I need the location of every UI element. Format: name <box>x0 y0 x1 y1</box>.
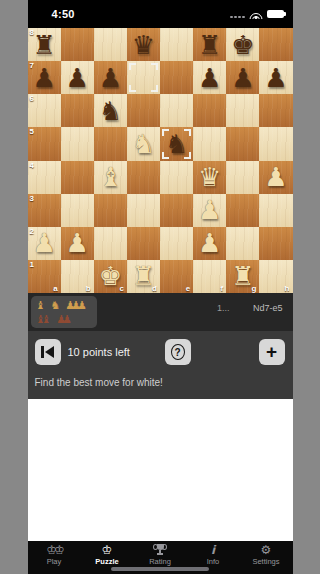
square-h3[interactable] <box>259 194 292 227</box>
wifi-icon <box>249 9 263 19</box>
square-f4[interactable]: ♛ <box>193 161 226 194</box>
square-h2[interactable] <box>259 227 292 260</box>
status-icons <box>230 9 284 19</box>
black-pawn[interactable]: ♟ <box>193 61 226 94</box>
black-pawn[interactable]: ♟ <box>259 61 292 94</box>
last-move-highlight <box>129 63 158 92</box>
app-screen: 4:50 8♜♛♜♚7♟♟♟♟♟♟6♞5♞♞4♝♛♟3♟2♟♟♟1abc♚d♜e… <box>28 0 293 574</box>
rank-label: 7 <box>30 61 34 70</box>
square-b6[interactable] <box>61 94 94 127</box>
square-e2[interactable] <box>160 227 193 260</box>
square-h4[interactable]: ♟ <box>259 161 292 194</box>
square-a6[interactable]: 6 <box>28 94 61 127</box>
square-g4[interactable] <box>226 161 259 194</box>
square-g8[interactable]: ♚ <box>226 28 259 61</box>
black-knight[interactable]: ♞ <box>160 127 193 160</box>
white-queen[interactable]: ♛ <box>193 161 226 194</box>
bishop-captured-icon: ♝ <box>36 300 42 311</box>
tab-bar: ♔♔ Play ♔ Puzzle Rating i Info ⚙ Setting… <box>28 541 293 574</box>
restart-puzzle-button[interactable] <box>35 339 61 365</box>
white-bishop[interactable]: ♝ <box>94 161 127 194</box>
square-d4[interactable] <box>127 161 160 194</box>
file-label: g <box>251 284 256 293</box>
square-c4[interactable]: ♝ <box>94 161 127 194</box>
points-left-label: 10 points left <box>68 346 130 358</box>
square-f7[interactable]: ♟ <box>193 61 226 94</box>
square-b1[interactable]: b <box>61 260 94 293</box>
rank-label: 8 <box>30 28 34 37</box>
square-b8[interactable] <box>61 28 94 61</box>
rank-label: 4 <box>30 161 34 170</box>
square-e8[interactable] <box>160 28 193 61</box>
tab-settings[interactable]: ⚙ Settings <box>240 541 293 574</box>
square-c6[interactable]: ♞ <box>94 94 127 127</box>
black-king[interactable]: ♚ <box>226 28 259 61</box>
captured-pieces-tray: ♝♞♟♟♟♝♝♟♟ <box>31 296 97 328</box>
square-c5[interactable] <box>94 127 127 160</box>
square-a8[interactable]: 8♜ <box>28 28 61 61</box>
pawn-captured-icon: ♟♟ <box>56 314 68 325</box>
file-label: c <box>119 284 123 293</box>
square-b2[interactable]: ♟ <box>61 227 94 260</box>
square-d5[interactable]: ♞ <box>127 127 160 160</box>
captured-black-pieces: ♝♝♟♟ <box>36 312 92 326</box>
square-b4[interactable] <box>61 161 94 194</box>
puzzle-controls: 10 points left ? + Find the best move fo… <box>28 331 293 399</box>
square-e5[interactable]: ♞ <box>160 127 193 160</box>
square-h8[interactable] <box>259 28 292 61</box>
square-d7[interactable] <box>127 61 160 94</box>
square-f6[interactable] <box>193 94 226 127</box>
square-f2[interactable]: ♟ <box>193 227 226 260</box>
status-bar: 4:50 <box>28 0 293 28</box>
rank-label: 1 <box>30 260 34 269</box>
square-f5[interactable] <box>193 127 226 160</box>
square-d1[interactable]: d♜ <box>127 260 160 293</box>
white-pawn[interactable]: ♟ <box>259 161 292 194</box>
file-label: h <box>285 284 290 293</box>
file-label: b <box>86 284 91 293</box>
square-d6[interactable] <box>127 94 160 127</box>
clock: 4:50 <box>52 8 75 20</box>
info-icon: i <box>211 543 215 556</box>
square-d8[interactable]: ♛ <box>127 28 160 61</box>
square-d2[interactable] <box>127 227 160 260</box>
square-f3[interactable]: ♟ <box>193 194 226 227</box>
square-e7[interactable] <box>160 61 193 94</box>
square-g7[interactable]: ♟ <box>226 61 259 94</box>
square-c2[interactable] <box>94 227 127 260</box>
white-pawn[interactable]: ♟ <box>193 227 226 260</box>
square-h7[interactable]: ♟ <box>259 61 292 94</box>
square-a1[interactable]: 1a <box>28 260 61 293</box>
tab-play[interactable]: ♔♔ Play <box>28 541 81 574</box>
white-pawn[interactable]: ♟ <box>193 194 226 227</box>
square-f1[interactable]: f <box>193 260 226 293</box>
square-c7[interactable]: ♟ <box>94 61 127 94</box>
square-a3[interactable]: 3 <box>28 194 61 227</box>
square-e3[interactable] <box>160 194 193 227</box>
square-d3[interactable] <box>127 194 160 227</box>
bishop-captured-icon: ♝♝ <box>36 314 48 325</box>
square-c1[interactable]: c♚ <box>94 260 127 293</box>
pawn-captured-icon: ♟♟♟ <box>65 300 83 311</box>
chess-board: 8♜♛♜♚7♟♟♟♟♟♟6♞5♞♞4♝♛♟3♟2♟♟♟1abc♚d♜efg♜h <box>28 28 293 293</box>
two-kings-icon: ♔♔ <box>46 543 62 556</box>
king-icon: ♔ <box>102 543 113 556</box>
last-move-notation: Nd7-e5 <box>253 303 283 313</box>
black-queen[interactable]: ♛ <box>127 28 160 61</box>
square-c3[interactable] <box>94 194 127 227</box>
square-b7[interactable]: ♟ <box>61 61 94 94</box>
file-label: a <box>53 284 57 293</box>
black-pawn[interactable]: ♟ <box>94 61 127 94</box>
square-b5[interactable] <box>61 127 94 160</box>
square-a4[interactable]: 4 <box>28 161 61 194</box>
move-bar: ♝♞♟♟♟♝♝♟♟ 1... Nd7-e5 <box>28 293 293 331</box>
square-a7[interactable]: 7♟ <box>28 61 61 94</box>
black-pawn[interactable]: ♟ <box>61 61 94 94</box>
square-h5[interactable] <box>259 127 292 160</box>
square-g5[interactable] <box>226 127 259 160</box>
battery-icon <box>267 10 284 19</box>
skip-back-icon <box>41 346 44 358</box>
rank-label: 6 <box>30 94 34 103</box>
square-g6[interactable] <box>226 94 259 127</box>
square-a5[interactable]: 5 <box>28 127 61 160</box>
square-a2[interactable]: 2♟ <box>28 227 61 260</box>
white-knight[interactable]: ♞ <box>127 127 160 160</box>
square-f8[interactable]: ♜ <box>193 28 226 61</box>
puzzle-instruction: Find the best move for white! <box>35 377 163 388</box>
square-e6[interactable] <box>160 94 193 127</box>
square-g2[interactable] <box>226 227 259 260</box>
square-h1[interactable]: h <box>259 260 292 293</box>
move-number: 1... <box>217 303 230 313</box>
square-h6[interactable] <box>259 94 292 127</box>
rank-label: 3 <box>30 194 34 203</box>
square-b3[interactable] <box>61 194 94 227</box>
file-label: e <box>186 284 190 293</box>
file-label: d <box>152 284 157 293</box>
rank-label: 5 <box>30 127 34 136</box>
black-pawn[interactable]: ♟ <box>226 61 259 94</box>
rank-label: 2 <box>30 227 34 236</box>
hint-button[interactable]: ? <box>165 339 191 365</box>
captured-white-pieces: ♝♞♟♟♟ <box>36 298 92 312</box>
home-indicator[interactable] <box>111 567 209 571</box>
file-label: f <box>221 284 224 293</box>
add-points-button[interactable]: + <box>259 339 285 365</box>
question-mark-icon: ? <box>171 344 185 360</box>
square-g3[interactable] <box>226 194 259 227</box>
knight-captured-icon: ♞ <box>50 300 56 311</box>
black-rook[interactable]: ♜ <box>193 28 226 61</box>
trophy-icon <box>155 544 166 556</box>
gear-icon: ⚙ <box>261 543 272 556</box>
cellular-signal-icon <box>230 10 245 18</box>
square-g1[interactable]: g♜ <box>226 260 259 293</box>
black-knight[interactable]: ♞ <box>94 94 127 127</box>
square-e4[interactable] <box>160 161 193 194</box>
white-pawn[interactable]: ♟ <box>61 227 94 260</box>
square-e1[interactable]: e <box>160 260 193 293</box>
square-c8[interactable] <box>94 28 127 61</box>
